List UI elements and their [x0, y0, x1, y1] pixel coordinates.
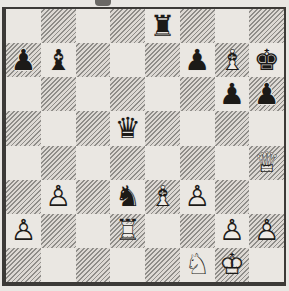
square-f8[interactable] — [180, 9, 215, 43]
square-c7[interactable] — [76, 43, 111, 77]
square-h4[interactable]: ♕ — [249, 146, 284, 180]
square-d7[interactable] — [110, 43, 145, 77]
scan-artifact — [95, 0, 111, 6]
square-a4[interactable] — [6, 146, 41, 180]
square-h8[interactable] — [249, 9, 284, 43]
piece-white-pawn: ♙ — [219, 216, 245, 245]
square-b8[interactable] — [41, 9, 76, 43]
square-d1[interactable] — [110, 248, 145, 282]
square-e6[interactable] — [145, 77, 180, 111]
square-c4[interactable] — [76, 146, 111, 180]
square-h2[interactable]: ♙ — [249, 214, 284, 248]
piece-white-pawn: ♙ — [254, 216, 280, 245]
square-e3[interactable]: ♗ — [145, 180, 180, 214]
square-b6[interactable] — [41, 77, 76, 111]
square-a5[interactable] — [6, 111, 41, 145]
square-g3[interactable] — [215, 180, 250, 214]
square-a8[interactable] — [6, 9, 41, 43]
scanned-chess-diagram: ♜♟♝♟♗♚♟♟♛♕♙♞♗♙♙♖♙♙♘♔ — [0, 0, 289, 291]
square-g2[interactable]: ♙ — [215, 214, 250, 248]
piece-black-rook: ♜ — [149, 12, 175, 41]
piece-black-pawn: ♟ — [219, 80, 245, 109]
square-e8[interactable]: ♜ — [145, 9, 180, 43]
square-g8[interactable] — [215, 9, 250, 43]
square-c2[interactable] — [76, 214, 111, 248]
square-g7[interactable]: ♗ — [215, 43, 250, 77]
square-f6[interactable] — [180, 77, 215, 111]
square-c5[interactable] — [76, 111, 111, 145]
piece-black-pawn: ♟ — [254, 80, 280, 109]
square-e7[interactable] — [145, 43, 180, 77]
square-b4[interactable] — [41, 146, 76, 180]
square-d6[interactable] — [110, 77, 145, 111]
square-e5[interactable] — [145, 111, 180, 145]
square-b2[interactable] — [41, 214, 76, 248]
piece-black-knight: ♞ — [115, 182, 141, 211]
piece-white-knight: ♘ — [184, 250, 210, 279]
piece-black-king: ♚ — [254, 46, 280, 75]
square-g1[interactable]: ♔ — [215, 248, 250, 282]
square-g6[interactable]: ♟ — [215, 77, 250, 111]
square-d3[interactable]: ♞ — [110, 180, 145, 214]
square-c6[interactable] — [76, 77, 111, 111]
square-c8[interactable] — [76, 9, 111, 43]
square-d5[interactable]: ♛ — [110, 111, 145, 145]
square-f7[interactable]: ♟ — [180, 43, 215, 77]
square-g5[interactable] — [215, 111, 250, 145]
piece-black-bishop: ♝ — [45, 46, 71, 75]
square-h3[interactable] — [249, 180, 284, 214]
square-b5[interactable] — [41, 111, 76, 145]
square-d2[interactable]: ♖ — [110, 214, 145, 248]
chessboard: ♜♟♝♟♗♚♟♟♛♕♙♞♗♙♙♖♙♙♘♔ — [6, 9, 284, 282]
board-frame: ♜♟♝♟♗♚♟♟♛♕♙♞♗♙♙♖♙♙♘♔ — [2, 7, 286, 286]
square-b7[interactable]: ♝ — [41, 43, 76, 77]
square-c3[interactable] — [76, 180, 111, 214]
square-f5[interactable] — [180, 111, 215, 145]
square-b1[interactable] — [41, 248, 76, 282]
square-a6[interactable] — [6, 77, 41, 111]
square-e2[interactable] — [145, 214, 180, 248]
piece-white-rook: ♖ — [115, 216, 141, 245]
piece-white-bishop: ♗ — [149, 182, 175, 211]
square-h1[interactable] — [249, 248, 284, 282]
square-b3[interactable]: ♙ — [41, 180, 76, 214]
square-f2[interactable] — [180, 214, 215, 248]
square-g4[interactable] — [215, 146, 250, 180]
square-h7[interactable]: ♚ — [249, 43, 284, 77]
piece-white-pawn: ♙ — [184, 182, 210, 211]
square-e1[interactable] — [145, 248, 180, 282]
square-a1[interactable] — [6, 248, 41, 282]
square-h5[interactable] — [249, 111, 284, 145]
square-a2[interactable]: ♙ — [6, 214, 41, 248]
piece-white-pawn: ♙ — [10, 216, 36, 245]
piece-black-queen: ♛ — [115, 114, 141, 143]
square-h6[interactable]: ♟ — [249, 77, 284, 111]
piece-white-bishop: ♗ — [219, 46, 245, 75]
square-d4[interactable] — [110, 146, 145, 180]
piece-white-king: ♔ — [219, 250, 245, 279]
square-a3[interactable] — [6, 180, 41, 214]
square-d8[interactable] — [110, 9, 145, 43]
square-f4[interactable] — [180, 146, 215, 180]
piece-black-pawn: ♟ — [184, 46, 210, 75]
square-f1[interactable]: ♘ — [180, 248, 215, 282]
square-a7[interactable]: ♟ — [6, 43, 41, 77]
piece-white-queen: ♕ — [254, 148, 280, 177]
square-e4[interactable] — [145, 146, 180, 180]
piece-black-pawn: ♟ — [10, 46, 36, 75]
square-f3[interactable]: ♙ — [180, 180, 215, 214]
piece-white-pawn: ♙ — [45, 182, 71, 211]
square-c1[interactable] — [76, 248, 111, 282]
